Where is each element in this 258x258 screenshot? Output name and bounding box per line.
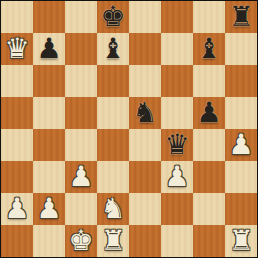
square-b7[interactable]: ♟ [33,33,65,65]
square-e4[interactable] [129,129,161,161]
square-e3[interactable] [129,161,161,193]
square-f7[interactable] [161,33,193,65]
piece-white-queen[interactable]: ♛ [4,35,29,63]
square-d4[interactable] [97,129,129,161]
piece-white-pawn[interactable]: ♟ [68,163,93,191]
piece-black-bishop[interactable]: ♝ [100,35,125,63]
piece-white-king[interactable]: ♚ [68,227,93,255]
piece-black-pawn[interactable]: ♟ [36,35,61,63]
square-h8[interactable]: ♜ [225,1,257,33]
square-h1[interactable]: ♜ [225,225,257,257]
square-e7[interactable] [129,33,161,65]
square-d7[interactable]: ♝ [97,33,129,65]
piece-white-rook[interactable]: ♜ [100,227,125,255]
square-h7[interactable] [225,33,257,65]
chess-board: ♚♜♛♟♝♝♞♟♛♟♟♟♟♟♞♚♜♜ [0,0,258,258]
square-b8[interactable] [33,1,65,33]
piece-white-pawn[interactable]: ♟ [36,195,61,223]
square-g6[interactable] [193,65,225,97]
square-f8[interactable] [161,1,193,33]
square-a1[interactable] [1,225,33,257]
square-a6[interactable] [1,65,33,97]
square-b3[interactable] [33,161,65,193]
square-d3[interactable] [97,161,129,193]
piece-white-pawn[interactable]: ♟ [4,195,29,223]
square-b6[interactable] [33,65,65,97]
piece-black-queen[interactable]: ♛ [164,131,189,159]
square-c5[interactable] [65,97,97,129]
square-e5[interactable]: ♞ [129,97,161,129]
square-a2[interactable]: ♟ [1,193,33,225]
square-e6[interactable] [129,65,161,97]
square-c2[interactable] [65,193,97,225]
square-g8[interactable] [193,1,225,33]
square-c1[interactable]: ♚ [65,225,97,257]
square-a3[interactable] [1,161,33,193]
square-d6[interactable] [97,65,129,97]
piece-black-king[interactable]: ♚ [100,3,125,31]
square-b4[interactable] [33,129,65,161]
piece-black-knight[interactable]: ♞ [132,99,157,127]
square-c6[interactable] [65,65,97,97]
square-h4[interactable]: ♟ [225,129,257,161]
square-b5[interactable] [33,97,65,129]
square-g3[interactable] [193,161,225,193]
square-h6[interactable] [225,65,257,97]
square-c7[interactable] [65,33,97,65]
square-h2[interactable] [225,193,257,225]
piece-white-pawn[interactable]: ♟ [164,163,189,191]
square-c3[interactable]: ♟ [65,161,97,193]
square-a5[interactable] [1,97,33,129]
piece-white-pawn[interactable]: ♟ [228,131,253,159]
square-e2[interactable] [129,193,161,225]
square-f3[interactable]: ♟ [161,161,193,193]
square-f6[interactable] [161,65,193,97]
piece-black-bishop[interactable]: ♝ [196,35,221,63]
square-g2[interactable] [193,193,225,225]
square-e1[interactable] [129,225,161,257]
square-a8[interactable] [1,1,33,33]
square-h3[interactable] [225,161,257,193]
square-d8[interactable]: ♚ [97,1,129,33]
square-e8[interactable] [129,1,161,33]
square-a4[interactable] [1,129,33,161]
square-g1[interactable] [193,225,225,257]
piece-white-rook[interactable]: ♜ [228,227,253,255]
square-c8[interactable] [65,1,97,33]
square-g7[interactable]: ♝ [193,33,225,65]
square-h5[interactable] [225,97,257,129]
square-c4[interactable] [65,129,97,161]
piece-black-rook[interactable]: ♜ [228,3,253,31]
square-g5[interactable]: ♟ [193,97,225,129]
square-d1[interactable]: ♜ [97,225,129,257]
square-f1[interactable] [161,225,193,257]
square-b1[interactable] [33,225,65,257]
square-d5[interactable] [97,97,129,129]
square-f5[interactable] [161,97,193,129]
piece-black-pawn[interactable]: ♟ [196,99,221,127]
square-b2[interactable]: ♟ [33,193,65,225]
piece-white-knight[interactable]: ♞ [100,195,125,223]
square-f4[interactable]: ♛ [161,129,193,161]
square-g4[interactable] [193,129,225,161]
square-a7[interactable]: ♛ [1,33,33,65]
square-f2[interactable] [161,193,193,225]
square-d2[interactable]: ♞ [97,193,129,225]
